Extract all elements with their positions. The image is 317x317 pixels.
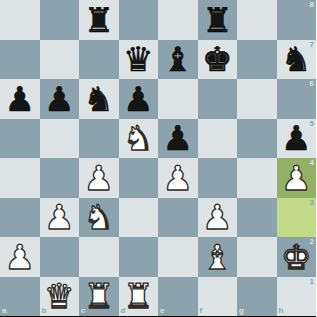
black-rook-f8[interactable]: ♜ — [198, 0, 238, 40]
square-e8[interactable] — [158, 0, 198, 40]
square-b2[interactable] — [40, 237, 80, 277]
square-g4[interactable] — [237, 158, 277, 198]
square-b6[interactable]: ♟ — [40, 79, 80, 119]
black-pawn-a6[interactable]: ♟ — [0, 79, 40, 119]
square-g2[interactable] — [237, 237, 277, 277]
white-pawn-b3[interactable]: ♟ — [40, 198, 80, 238]
square-f5[interactable] — [198, 119, 238, 159]
white-pawn-h4[interactable]: ♟ — [277, 158, 317, 198]
black-king-f7[interactable]: ♚ — [198, 40, 238, 80]
square-c8[interactable]: ♜ — [79, 0, 119, 40]
square-b7[interactable] — [40, 40, 80, 80]
white-king-h2[interactable]: ♚ — [277, 237, 317, 277]
file-label-a: a — [2, 307, 6, 315]
square-b1[interactable]: ♛b — [40, 277, 80, 317]
square-a1[interactable]: a — [0, 277, 40, 317]
square-c5[interactable] — [79, 119, 119, 159]
white-rook-d1[interactable]: ♜ — [119, 277, 159, 317]
square-b8[interactable] — [40, 0, 80, 40]
square-e7[interactable]: ♝ — [158, 40, 198, 80]
black-knight-c6[interactable]: ♞ — [79, 79, 119, 119]
rank-label-3: 3 — [310, 199, 314, 207]
square-g5[interactable] — [237, 119, 277, 159]
square-d7[interactable]: ♛ — [119, 40, 159, 80]
square-h3[interactable]: 3 — [277, 198, 317, 238]
square-e4[interactable]: ♟ — [158, 158, 198, 198]
square-d8[interactable] — [119, 0, 159, 40]
square-g6[interactable] — [237, 79, 277, 119]
square-d1[interactable]: ♜d — [119, 277, 159, 317]
square-a2[interactable]: ♟ — [0, 237, 40, 277]
square-f4[interactable] — [198, 158, 238, 198]
chess-board: ♜♜8♛♝♚♞7♟♟♞♟6♞♟♟5♟♟♟4♟♞♟3♟♝♚2a♛b♜c♜defgh… — [0, 0, 316, 316]
square-g7[interactable] — [237, 40, 277, 80]
square-f7[interactable]: ♚ — [198, 40, 238, 80]
square-h8[interactable]: 8 — [277, 0, 317, 40]
square-g8[interactable] — [237, 0, 277, 40]
square-a4[interactable] — [0, 158, 40, 198]
square-e3[interactable] — [158, 198, 198, 238]
square-c3[interactable]: ♞ — [79, 198, 119, 238]
square-e5[interactable]: ♟ — [158, 119, 198, 159]
file-label-e: e — [160, 307, 164, 315]
square-f3[interactable]: ♟ — [198, 198, 238, 238]
square-f2[interactable]: ♝ — [198, 237, 238, 277]
square-e2[interactable] — [158, 237, 198, 277]
black-rook-c8[interactable]: ♜ — [79, 0, 119, 40]
rank-label-6: 6 — [310, 80, 314, 88]
square-c4[interactable]: ♟ — [79, 158, 119, 198]
file-label-g: g — [239, 307, 244, 315]
square-f6[interactable] — [198, 79, 238, 119]
rank-label-8: 8 — [310, 1, 314, 9]
square-h6[interactable]: 6 — [277, 79, 317, 119]
white-bishop-f2[interactable]: ♝ — [198, 237, 238, 277]
square-b4[interactable] — [40, 158, 80, 198]
square-e1[interactable]: e — [158, 277, 198, 317]
square-b3[interactable]: ♟ — [40, 198, 80, 238]
square-d3[interactable] — [119, 198, 159, 238]
white-pawn-c4[interactable]: ♟ — [79, 158, 119, 198]
square-d4[interactable] — [119, 158, 159, 198]
square-h2[interactable]: ♚2 — [277, 237, 317, 277]
square-c6[interactable]: ♞ — [79, 79, 119, 119]
white-pawn-e4[interactable]: ♟ — [158, 158, 198, 198]
square-a6[interactable]: ♟ — [0, 79, 40, 119]
square-h7[interactable]: ♞7 — [277, 40, 317, 80]
square-d6[interactable]: ♟ — [119, 79, 159, 119]
square-g3[interactable] — [237, 198, 277, 238]
black-queen-d7[interactable]: ♛ — [119, 40, 159, 80]
black-pawn-e5[interactable]: ♟ — [158, 119, 198, 159]
square-c7[interactable] — [79, 40, 119, 80]
square-d2[interactable] — [119, 237, 159, 277]
square-c2[interactable] — [79, 237, 119, 277]
white-knight-d5[interactable]: ♞ — [119, 119, 159, 159]
square-h5[interactable]: ♟5 — [277, 119, 317, 159]
black-bishop-e7[interactable]: ♝ — [158, 40, 198, 80]
black-knight-h7[interactable]: ♞ — [277, 40, 317, 80]
square-a7[interactable] — [0, 40, 40, 80]
square-a5[interactable] — [0, 119, 40, 159]
square-g1[interactable]: g — [237, 277, 277, 317]
square-a8[interactable] — [0, 0, 40, 40]
rank-label-1: 1 — [310, 278, 314, 286]
square-h4[interactable]: ♟4 — [277, 158, 317, 198]
square-d5[interactable]: ♞ — [119, 119, 159, 159]
white-pawn-f3[interactable]: ♟ — [198, 198, 238, 238]
square-c1[interactable]: ♜c — [79, 277, 119, 317]
square-e6[interactable] — [158, 79, 198, 119]
black-pawn-h5[interactable]: ♟ — [277, 119, 317, 159]
white-queen-b1[interactable]: ♛ — [40, 277, 80, 317]
black-pawn-b6[interactable]: ♟ — [40, 79, 80, 119]
square-b5[interactable] — [40, 119, 80, 159]
white-rook-c1[interactable]: ♜ — [79, 277, 119, 317]
white-knight-c3[interactable]: ♞ — [79, 198, 119, 238]
square-a3[interactable] — [0, 198, 40, 238]
black-pawn-d6[interactable]: ♟ — [119, 79, 159, 119]
file-label-h: h — [279, 307, 284, 315]
square-h1[interactable]: h1 — [277, 277, 317, 317]
square-f1[interactable]: f — [198, 277, 238, 317]
file-label-f: f — [200, 307, 203, 315]
white-pawn-a2[interactable]: ♟ — [0, 237, 40, 277]
square-f8[interactable]: ♜ — [198, 0, 238, 40]
chess-app-window: ♜♜8♛♝♚♞7♟♟♞♟6♞♟♟5♟♟♟4♟♞♟3♟♝♚2a♛b♜c♜defgh… — [0, 0, 316, 317]
